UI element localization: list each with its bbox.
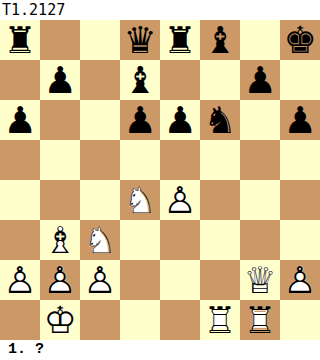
white-piece-outline: ♘ bbox=[80, 220, 120, 260]
square-h3[interactable] bbox=[280, 220, 320, 260]
piece-white-knight: ♞♘ bbox=[120, 180, 160, 220]
piece-white-pawn: ♟♙ bbox=[0, 260, 40, 300]
square-e8[interactable]: ♜ bbox=[160, 20, 200, 60]
square-c3[interactable]: ♞♘ bbox=[80, 220, 120, 260]
square-h1[interactable] bbox=[280, 300, 320, 340]
square-b5[interactable] bbox=[40, 140, 80, 180]
black-piece-glyph: ♜ bbox=[0, 20, 40, 60]
move-prompt: 1. ? bbox=[8, 341, 44, 358]
piece-white-rook: ♜♖ bbox=[200, 300, 240, 340]
black-piece-glyph: ♜ bbox=[160, 20, 200, 60]
piece-black-rook: ♜ bbox=[160, 20, 200, 60]
square-e6[interactable]: ♟ bbox=[160, 100, 200, 140]
piece-black-rook: ♜ bbox=[0, 20, 40, 60]
piece-white-rook: ♜♖ bbox=[240, 300, 280, 340]
white-piece-outline: ♕ bbox=[240, 260, 280, 300]
black-piece-glyph: ♟ bbox=[40, 60, 80, 100]
square-d5[interactable] bbox=[120, 140, 160, 180]
white-piece-outline: ♖ bbox=[200, 300, 240, 340]
square-f2[interactable] bbox=[200, 260, 240, 300]
square-h8[interactable]: ♚ bbox=[280, 20, 320, 60]
square-e2[interactable] bbox=[160, 260, 200, 300]
square-a1[interactable] bbox=[0, 300, 40, 340]
square-h7[interactable] bbox=[280, 60, 320, 100]
black-piece-glyph: ♟ bbox=[240, 60, 280, 100]
square-g1[interactable]: ♜♖ bbox=[240, 300, 280, 340]
square-g4[interactable] bbox=[240, 180, 280, 220]
square-f3[interactable] bbox=[200, 220, 240, 260]
square-b4[interactable] bbox=[40, 180, 80, 220]
square-a6[interactable]: ♟ bbox=[0, 100, 40, 140]
square-f6[interactable]: ♞ bbox=[200, 100, 240, 140]
black-piece-glyph: ♟ bbox=[0, 100, 40, 140]
white-piece-outline: ♙ bbox=[160, 180, 200, 220]
square-e1[interactable] bbox=[160, 300, 200, 340]
square-c1[interactable] bbox=[80, 300, 120, 340]
piece-white-pawn: ♟♙ bbox=[80, 260, 120, 300]
square-c5[interactable] bbox=[80, 140, 120, 180]
square-g2[interactable]: ♛♕ bbox=[240, 260, 280, 300]
square-g3[interactable] bbox=[240, 220, 280, 260]
black-piece-glyph: ♟ bbox=[280, 100, 320, 140]
white-piece-outline: ♗ bbox=[40, 220, 80, 260]
piece-white-bishop: ♝♗ bbox=[40, 220, 80, 260]
piece-white-knight: ♞♘ bbox=[80, 220, 120, 260]
square-a3[interactable] bbox=[0, 220, 40, 260]
square-c4[interactable] bbox=[80, 180, 120, 220]
square-f7[interactable] bbox=[200, 60, 240, 100]
chess-puzzle-window: T1.2127 ♜♛♜♝♚♟♝♟♟♟♟♞♟♞♘♟♙♝♗♞♘♟♙♟♙♟♙♛♕♟♙♚… bbox=[0, 0, 320, 360]
black-piece-glyph: ♟ bbox=[160, 100, 200, 140]
square-a2[interactable]: ♟♙ bbox=[0, 260, 40, 300]
piece-white-king: ♚♔ bbox=[40, 300, 80, 340]
square-d1[interactable] bbox=[120, 300, 160, 340]
square-g7[interactable]: ♟ bbox=[240, 60, 280, 100]
white-piece-outline: ♔ bbox=[40, 300, 80, 340]
square-e4[interactable]: ♟♙ bbox=[160, 180, 200, 220]
square-b1[interactable]: ♚♔ bbox=[40, 300, 80, 340]
piece-black-pawn: ♟ bbox=[40, 60, 80, 100]
square-a8[interactable]: ♜ bbox=[0, 20, 40, 60]
square-g5[interactable] bbox=[240, 140, 280, 180]
square-h5[interactable] bbox=[280, 140, 320, 180]
square-a4[interactable] bbox=[0, 180, 40, 220]
square-f8[interactable]: ♝ bbox=[200, 20, 240, 60]
piece-black-pawn: ♟ bbox=[160, 100, 200, 140]
square-h6[interactable]: ♟ bbox=[280, 100, 320, 140]
piece-white-queen: ♛♕ bbox=[240, 260, 280, 300]
piece-white-pawn: ♟♙ bbox=[160, 180, 200, 220]
square-h4[interactable] bbox=[280, 180, 320, 220]
black-piece-glyph: ♛ bbox=[120, 20, 160, 60]
piece-black-king: ♚ bbox=[280, 20, 320, 60]
square-c2[interactable]: ♟♙ bbox=[80, 260, 120, 300]
square-e7[interactable] bbox=[160, 60, 200, 100]
square-b3[interactable]: ♝♗ bbox=[40, 220, 80, 260]
square-c8[interactable] bbox=[80, 20, 120, 60]
square-b6[interactable] bbox=[40, 100, 80, 140]
square-f4[interactable] bbox=[200, 180, 240, 220]
white-piece-outline: ♙ bbox=[0, 260, 40, 300]
square-c7[interactable] bbox=[80, 60, 120, 100]
black-piece-glyph: ♝ bbox=[120, 60, 160, 100]
square-b8[interactable] bbox=[40, 20, 80, 60]
square-b2[interactable]: ♟♙ bbox=[40, 260, 80, 300]
square-d4[interactable]: ♞♘ bbox=[120, 180, 160, 220]
square-g8[interactable] bbox=[240, 20, 280, 60]
square-f5[interactable] bbox=[200, 140, 240, 180]
square-e5[interactable] bbox=[160, 140, 200, 180]
piece-black-queen: ♛ bbox=[120, 20, 160, 60]
square-c6[interactable] bbox=[80, 100, 120, 140]
piece-black-bishop: ♝ bbox=[120, 60, 160, 100]
square-a5[interactable] bbox=[0, 140, 40, 180]
square-d2[interactable] bbox=[120, 260, 160, 300]
square-d7[interactable]: ♝ bbox=[120, 60, 160, 100]
square-d8[interactable]: ♛ bbox=[120, 20, 160, 60]
square-e3[interactable] bbox=[160, 220, 200, 260]
piece-white-pawn: ♟♙ bbox=[280, 260, 320, 300]
piece-white-pawn: ♟♙ bbox=[40, 260, 80, 300]
piece-black-pawn: ♟ bbox=[240, 60, 280, 100]
piece-black-pawn: ♟ bbox=[120, 100, 160, 140]
white-piece-outline: ♙ bbox=[40, 260, 80, 300]
white-piece-outline: ♘ bbox=[120, 180, 160, 220]
black-piece-glyph: ♚ bbox=[280, 20, 320, 60]
piece-black-bishop: ♝ bbox=[200, 20, 240, 60]
white-piece-outline: ♙ bbox=[280, 260, 320, 300]
square-h2[interactable]: ♟♙ bbox=[280, 260, 320, 300]
chess-board: ♜♛♜♝♚♟♝♟♟♟♟♞♟♞♘♟♙♝♗♞♘♟♙♟♙♟♙♛♕♟♙♚♔♜♖♜♖ bbox=[0, 20, 320, 340]
black-piece-glyph: ♝ bbox=[200, 20, 240, 60]
piece-black-knight: ♞ bbox=[200, 100, 240, 140]
puzzle-id: T1.2127 bbox=[2, 1, 65, 19]
black-piece-glyph: ♟ bbox=[120, 100, 160, 140]
square-b7[interactable]: ♟ bbox=[40, 60, 80, 100]
square-f1[interactable]: ♜♖ bbox=[200, 300, 240, 340]
square-g6[interactable] bbox=[240, 100, 280, 140]
square-d3[interactable] bbox=[120, 220, 160, 260]
piece-black-pawn: ♟ bbox=[0, 100, 40, 140]
black-piece-glyph: ♞ bbox=[200, 100, 240, 140]
white-piece-outline: ♖ bbox=[240, 300, 280, 340]
white-piece-outline: ♙ bbox=[80, 260, 120, 300]
square-d6[interactable]: ♟ bbox=[120, 100, 160, 140]
piece-black-pawn: ♟ bbox=[280, 100, 320, 140]
square-a7[interactable] bbox=[0, 60, 40, 100]
